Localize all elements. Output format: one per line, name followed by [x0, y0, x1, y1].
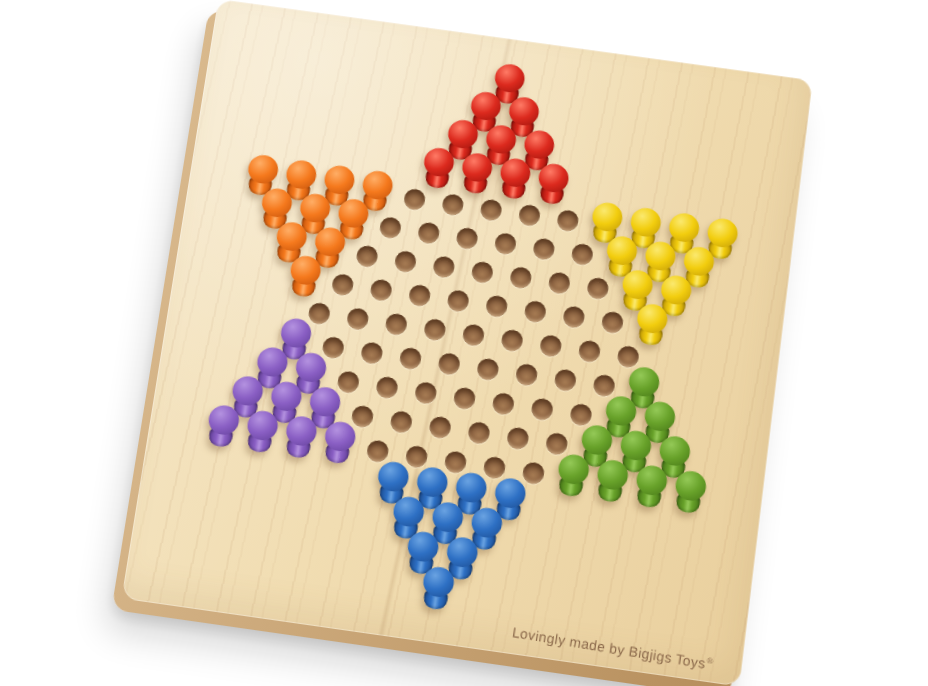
board-hole[interactable]: [530, 397, 554, 421]
board-hole[interactable]: [538, 334, 562, 358]
board-hole[interactable]: [345, 307, 369, 331]
board-hole[interactable]: [446, 289, 470, 312]
photo-background: Lovingly made by Bigjigs Toys®: [0, 0, 928, 686]
board-hole[interactable]: [500, 329, 524, 353]
board-hole[interactable]: [554, 368, 578, 392]
board-hole[interactable]: [562, 305, 586, 329]
board-hole[interactable]: [586, 277, 610, 300]
board-hole[interactable]: [369, 278, 393, 301]
board-hole[interactable]: [509, 266, 533, 289]
peg-red[interactable]: [459, 151, 494, 195]
board-hole[interactable]: [432, 255, 456, 278]
board-hole[interactable]: [452, 386, 476, 410]
board-hole[interactable]: [479, 198, 503, 221]
peg-yellow[interactable]: [634, 302, 669, 346]
board-hole[interactable]: [523, 300, 547, 324]
board-hole[interactable]: [616, 345, 640, 369]
board-hole[interactable]: [571, 243, 594, 266]
board-hole[interactable]: [399, 347, 423, 371]
peg-red[interactable]: [535, 162, 570, 206]
peg-orange[interactable]: [287, 254, 323, 298]
board-hole[interactable]: [577, 339, 601, 363]
board-hole[interactable]: [384, 312, 408, 336]
peg-purple[interactable]: [321, 420, 357, 465]
board-hole[interactable]: [402, 188, 426, 211]
board-hole[interactable]: [467, 421, 491, 445]
registered-mark: ®: [707, 655, 715, 665]
peg-red[interactable]: [421, 146, 456, 190]
board-hole[interactable]: [494, 232, 518, 255]
peg-green[interactable]: [633, 464, 668, 509]
board-hole[interactable]: [455, 227, 479, 250]
board-hole[interactable]: [476, 357, 500, 381]
board-hole[interactable]: [413, 381, 437, 405]
peg-red[interactable]: [497, 157, 532, 201]
board-hole[interactable]: [437, 352, 461, 376]
board-hole[interactable]: [491, 392, 515, 416]
board-hole[interactable]: [532, 237, 556, 260]
peg-purple[interactable]: [282, 414, 318, 459]
board-hole[interactable]: [355, 245, 379, 268]
chinese-checkers-board: Lovingly made by Bigjigs Toys®: [121, 0, 812, 686]
board-hole[interactable]: [517, 204, 540, 227]
board-hole[interactable]: [461, 323, 485, 347]
peg-green[interactable]: [672, 469, 707, 514]
board-wrap: Lovingly made by Bigjigs Toys®: [121, 0, 812, 686]
board-hole[interactable]: [485, 294, 509, 317]
board-hole[interactable]: [360, 341, 384, 365]
board-hole[interactable]: [601, 311, 625, 335]
board-hole[interactable]: [556, 209, 579, 232]
board-hole[interactable]: [408, 284, 432, 307]
peg-purple[interactable]: [204, 403, 240, 448]
board-hole[interactable]: [569, 403, 593, 427]
board-hole[interactable]: [506, 426, 530, 450]
board-hole[interactable]: [389, 410, 413, 434]
peg-purple[interactable]: [243, 409, 279, 454]
board-hole[interactable]: [423, 318, 447, 342]
board-hole[interactable]: [428, 415, 452, 439]
board-hole[interactable]: [375, 376, 399, 400]
board-hole[interactable]: [545, 432, 569, 456]
peg-blue[interactable]: [419, 565, 455, 611]
board-hole[interactable]: [441, 193, 465, 216]
board-hole[interactable]: [379, 216, 403, 239]
board-hole[interactable]: [417, 221, 441, 244]
board-hole[interactable]: [331, 273, 355, 296]
board-hole[interactable]: [592, 374, 616, 398]
board-hole[interactable]: [470, 261, 494, 284]
peg-green[interactable]: [594, 458, 629, 503]
board-hole[interactable]: [365, 439, 389, 463]
peg-green[interactable]: [555, 453, 591, 498]
board-hole[interactable]: [547, 271, 571, 294]
board-row: [415, 572, 459, 610]
board-hole[interactable]: [515, 363, 539, 387]
star-grid: [180, 38, 758, 644]
board-hole[interactable]: [393, 250, 417, 273]
